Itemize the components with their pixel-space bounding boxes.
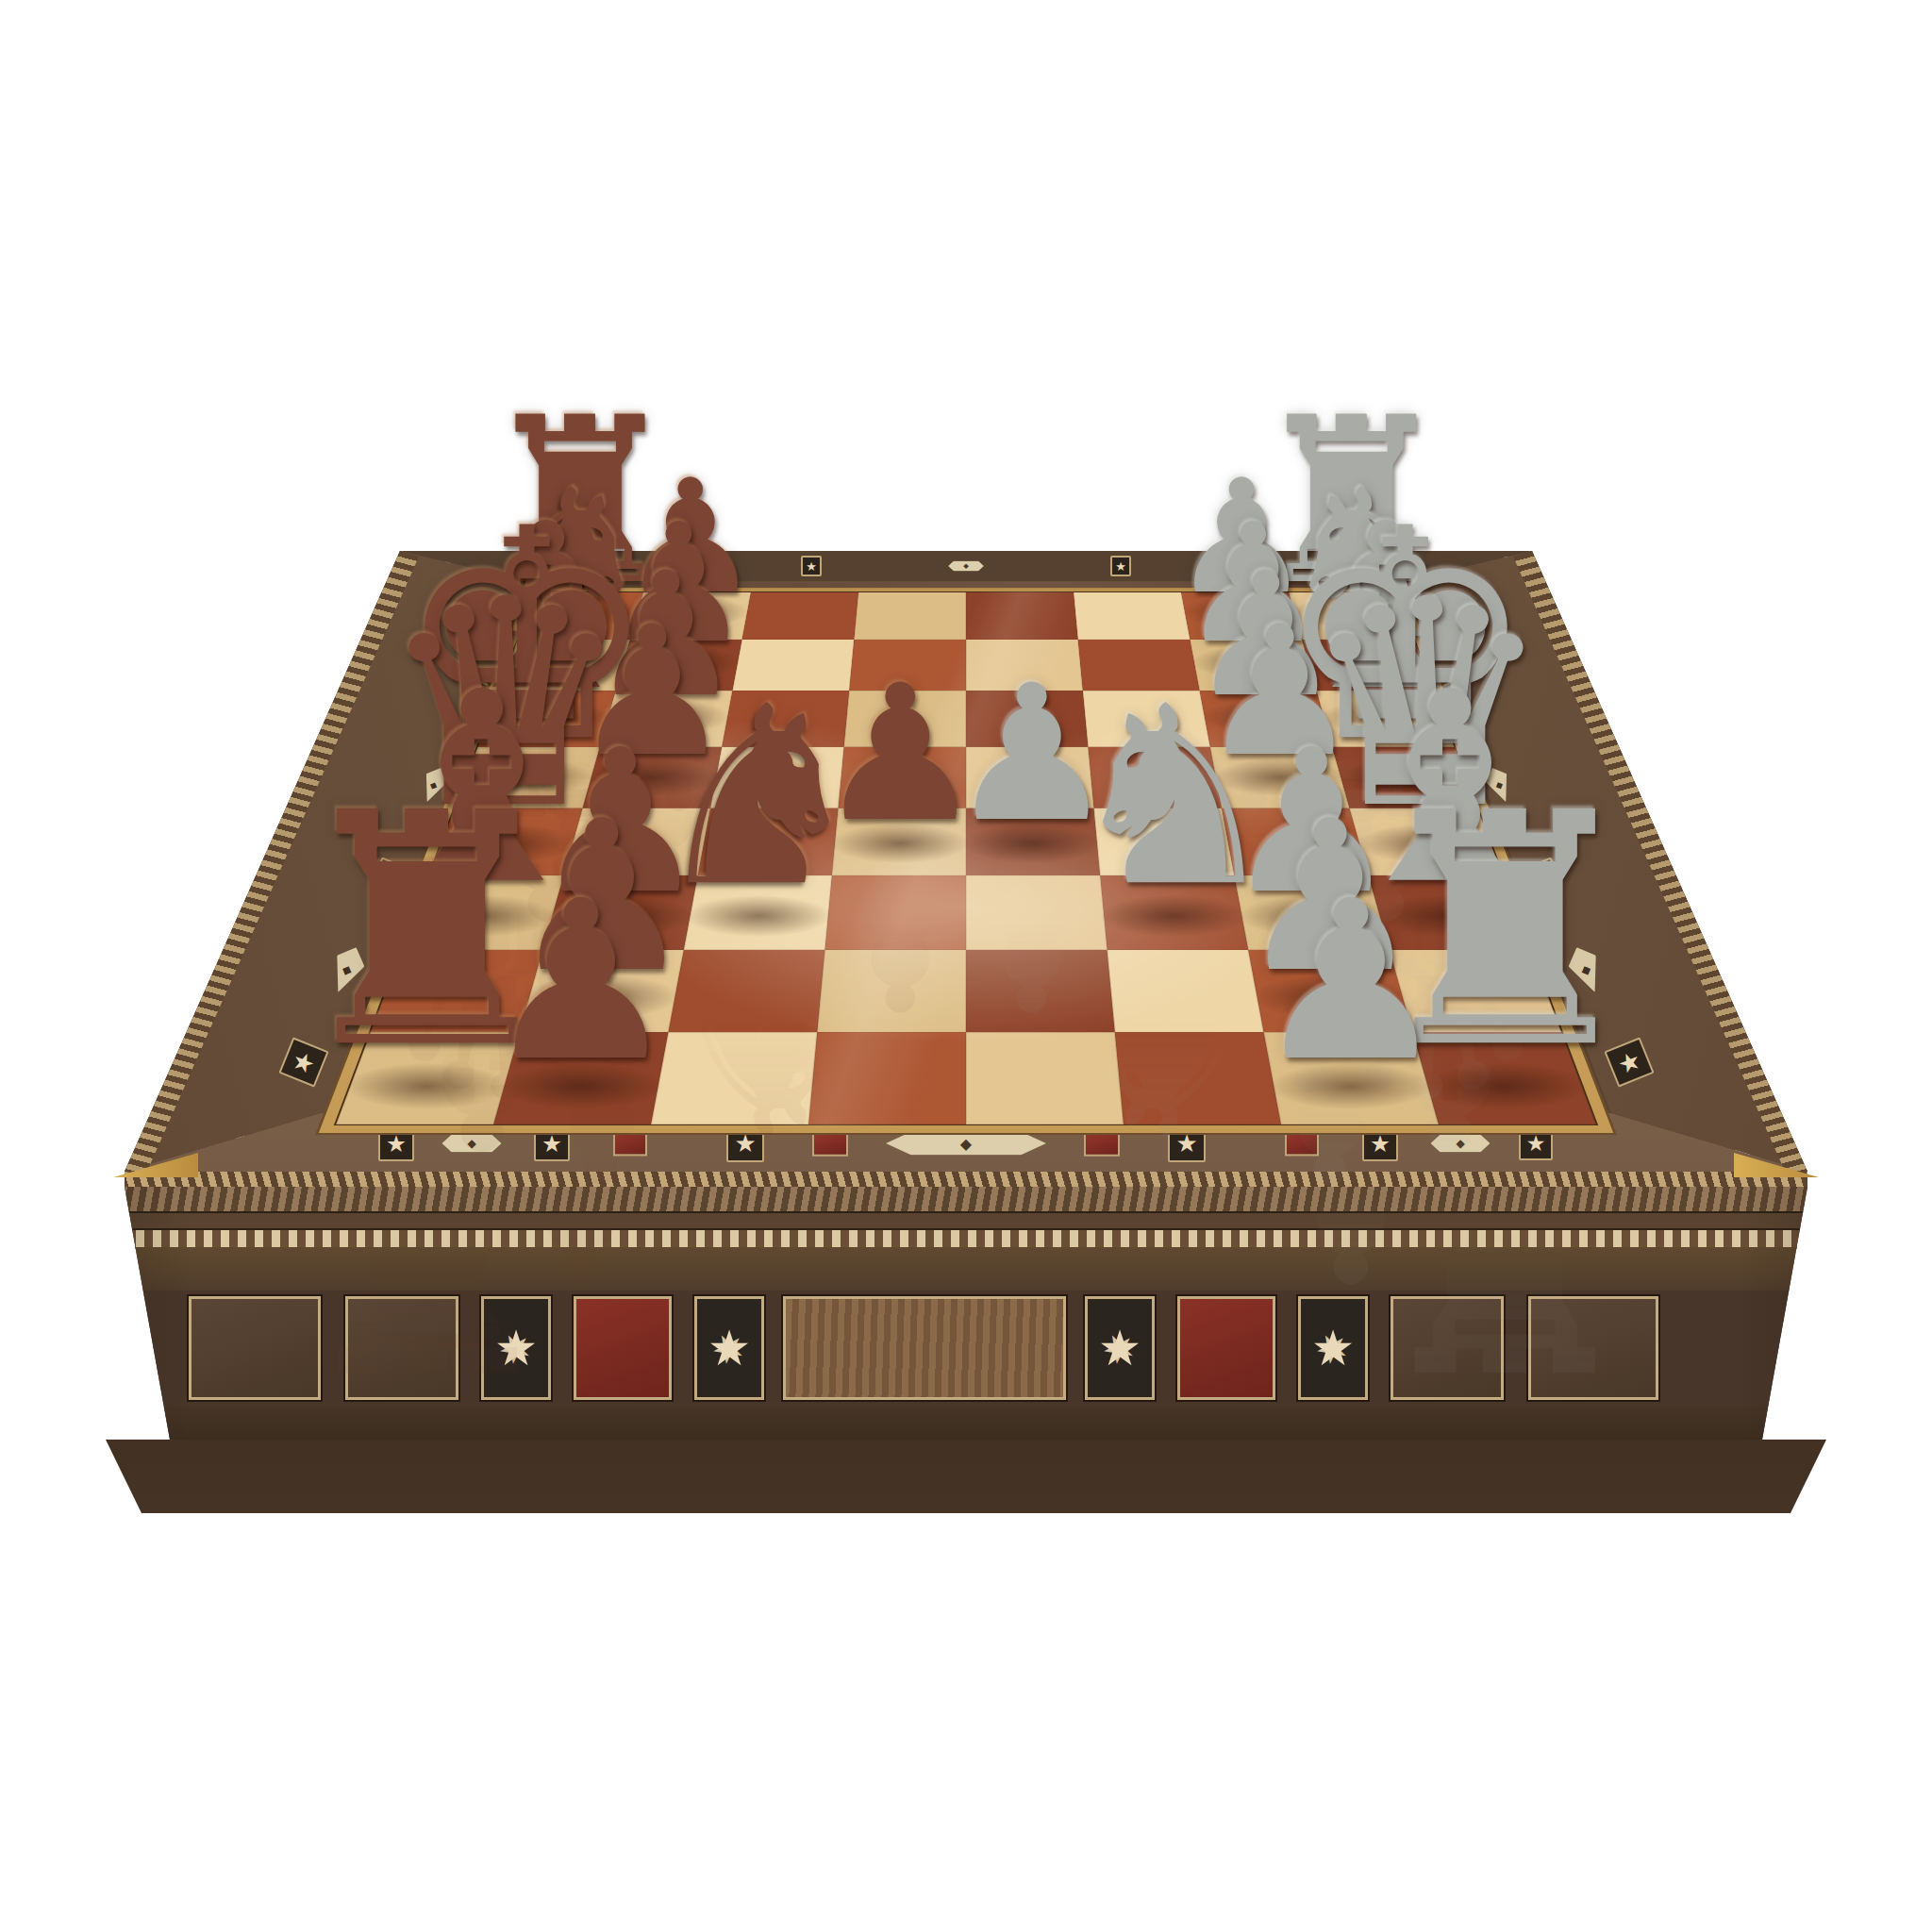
star-panel-icon: ★★ [1085, 1296, 1155, 1400]
plain-panel [1528, 1296, 1658, 1400]
gloss-reflection-overlay [334, 591, 1599, 1125]
lozenge-inlay-icon: ◆ [324, 941, 369, 997]
star-panel-icon: ★★ [694, 1296, 764, 1400]
board-photo-scene: ★◆★★◆★★◆★ ★◆★◆★ ★◆★◆★ ★★◆★★ ★★★★★★★★ ♜♜♝… [0, 0, 1932, 1932]
lozenge-inlay-icon: ◆ [886, 1132, 1046, 1156]
star-inlay-icon: ★ [1604, 1037, 1654, 1087]
plain-panel [189, 1296, 321, 1400]
red-panel [574, 1296, 672, 1400]
lozenge-inlay-icon: ◆ [442, 1135, 502, 1153]
lozenge-inlay-icon: ◆ [1562, 941, 1607, 997]
red-inlay-tile [1224, 558, 1244, 575]
star-panel-icon: ★★ [1298, 1296, 1368, 1400]
plain-panel [345, 1296, 458, 1400]
star-panel-icon: ★★ [481, 1296, 551, 1400]
lozenge-inlay-icon: ◆ [948, 560, 984, 571]
star-inlay-icon: ★ [575, 556, 595, 576]
star-inlay-icon: ★ [1522, 857, 1562, 897]
red-inlay-tile [688, 558, 708, 575]
star-inlay-icon: ★ [370, 857, 410, 897]
red-panel [1177, 1296, 1275, 1400]
lozenge-inlay-icon: ◆ [1431, 1135, 1491, 1153]
chess-board [315, 588, 1617, 1135]
star-inlay-icon: ★ [278, 1037, 328, 1087]
star-inlay-icon: ★ [1337, 556, 1357, 576]
star-inlay-icon: ★ [1110, 556, 1131, 576]
star-inlay-icon: ★ [801, 556, 822, 576]
wood-panel [783, 1296, 1066, 1400]
plain-panel [1391, 1296, 1504, 1400]
